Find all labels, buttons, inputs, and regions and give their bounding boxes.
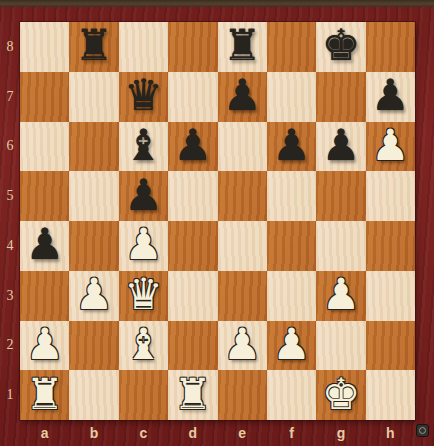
square-g4[interactable]	[316, 221, 365, 271]
square-b3[interactable]: ♟	[69, 271, 118, 321]
square-b1[interactable]	[69, 370, 118, 420]
square-c4[interactable]: ♟	[119, 221, 168, 271]
square-f1[interactable]	[267, 370, 316, 420]
square-h5[interactable]	[366, 171, 415, 221]
square-e5[interactable]	[218, 171, 267, 221]
black-pawn-piece[interactable]: ♟	[272, 124, 311, 167]
square-g5[interactable]	[316, 171, 365, 221]
file-label-e: e	[218, 420, 267, 446]
square-b4[interactable]	[69, 221, 118, 271]
square-a5[interactable]	[20, 171, 69, 221]
black-bishop-piece[interactable]: ♝	[124, 124, 163, 167]
frame-top-edge	[0, 0, 434, 7]
board-options-button[interactable]	[416, 424, 429, 437]
square-h6[interactable]: ♟	[366, 122, 415, 172]
square-b8[interactable]: ♜	[69, 22, 118, 72]
white-bishop-piece[interactable]: ♝	[124, 323, 163, 366]
black-pawn-piece[interactable]: ♟	[25, 223, 64, 266]
square-h7[interactable]: ♟	[366, 72, 415, 122]
square-g3[interactable]: ♟	[316, 271, 365, 321]
file-label-c: c	[119, 420, 168, 446]
square-a6[interactable]	[20, 122, 69, 172]
square-a1[interactable]: ♜	[20, 370, 69, 420]
rank-label-5: 5	[0, 171, 20, 221]
black-pawn-piece[interactable]: ♟	[322, 124, 361, 167]
square-h4[interactable]	[366, 221, 415, 271]
square-d3[interactable]	[168, 271, 217, 321]
square-g6[interactable]: ♟	[316, 122, 365, 172]
square-f4[interactable]	[267, 221, 316, 271]
square-e7[interactable]: ♟	[218, 72, 267, 122]
square-e8[interactable]: ♜	[218, 22, 267, 72]
white-pawn-piece[interactable]: ♟	[272, 323, 311, 366]
square-e6[interactable]	[218, 122, 267, 172]
square-c3[interactable]: ♛	[119, 271, 168, 321]
rank-label-7: 7	[0, 72, 20, 122]
square-g1[interactable]: ♚	[316, 370, 365, 420]
black-rook-piece[interactable]: ♜	[223, 24, 262, 67]
file-labels: abcdefgh	[20, 420, 415, 446]
rank-label-3: 3	[0, 271, 20, 321]
white-pawn-piece[interactable]: ♟	[322, 273, 361, 316]
square-b5[interactable]	[69, 171, 118, 221]
file-label-f: f	[267, 420, 316, 446]
square-h8[interactable]	[366, 22, 415, 72]
square-f7[interactable]	[267, 72, 316, 122]
white-pawn-piece[interactable]: ♟	[75, 273, 114, 316]
white-pawn-piece[interactable]: ♟	[25, 323, 64, 366]
black-queen-piece[interactable]: ♛	[124, 74, 163, 117]
square-b2[interactable]	[69, 321, 118, 371]
file-label-a: a	[20, 420, 69, 446]
chess-board: ♜♜♚♛♟♟♝♟♟♟♟♟♟♟♟♛♟♟♝♟♟♜♜♚	[20, 22, 415, 420]
square-d2[interactable]	[168, 321, 217, 371]
square-c2[interactable]: ♝	[119, 321, 168, 371]
square-g2[interactable]	[316, 321, 365, 371]
square-e3[interactable]	[218, 271, 267, 321]
rank-label-2: 2	[0, 321, 20, 371]
square-h2[interactable]	[366, 321, 415, 371]
square-f6[interactable]: ♟	[267, 122, 316, 172]
white-rook-piece[interactable]: ♜	[174, 373, 213, 416]
square-a8[interactable]	[20, 22, 69, 72]
square-f5[interactable]	[267, 171, 316, 221]
rank-label-1: 1	[0, 370, 20, 420]
white-pawn-piece[interactable]: ♟	[371, 124, 410, 167]
white-pawn-piece[interactable]: ♟	[223, 323, 262, 366]
record-dot-icon	[419, 427, 426, 434]
square-f8[interactable]	[267, 22, 316, 72]
square-e2[interactable]: ♟	[218, 321, 267, 371]
square-b6[interactable]	[69, 122, 118, 172]
file-label-b: b	[69, 420, 118, 446]
square-d5[interactable]	[168, 171, 217, 221]
file-label-h: h	[366, 420, 415, 446]
square-c5[interactable]: ♟	[119, 171, 168, 221]
square-d1[interactable]: ♜	[168, 370, 217, 420]
square-d8[interactable]	[168, 22, 217, 72]
black-pawn-piece[interactable]: ♟	[223, 74, 262, 117]
square-c8[interactable]	[119, 22, 168, 72]
rank-labels: 87654321	[0, 22, 20, 420]
black-pawn-piece[interactable]: ♟	[124, 174, 163, 217]
square-c6[interactable]: ♝	[119, 122, 168, 172]
white-queen-piece[interactable]: ♛	[124, 273, 163, 316]
square-e4[interactable]	[218, 221, 267, 271]
rank-label-8: 8	[0, 22, 20, 72]
square-g7[interactable]	[316, 72, 365, 122]
square-d4[interactable]	[168, 221, 217, 271]
square-f2[interactable]: ♟	[267, 321, 316, 371]
rank-label-6: 6	[0, 122, 20, 172]
square-a2[interactable]: ♟	[20, 321, 69, 371]
square-a4[interactable]: ♟	[20, 221, 69, 271]
square-b7[interactable]	[69, 72, 118, 122]
square-c7[interactable]: ♛	[119, 72, 168, 122]
square-d7[interactable]	[168, 72, 217, 122]
white-rook-piece[interactable]: ♜	[25, 373, 64, 416]
black-pawn-piece[interactable]: ♟	[371, 74, 410, 117]
square-f3[interactable]	[267, 271, 316, 321]
rank-label-4: 4	[0, 221, 20, 271]
white-pawn-piece[interactable]: ♟	[124, 223, 163, 266]
square-e1[interactable]	[218, 370, 267, 420]
black-pawn-piece[interactable]: ♟	[174, 124, 213, 167]
black-rook-piece[interactable]: ♜	[75, 24, 114, 67]
square-c1[interactable]	[119, 370, 168, 420]
square-h3[interactable]	[366, 271, 415, 321]
square-h1[interactable]	[366, 370, 415, 420]
square-g8[interactable]: ♚	[316, 22, 365, 72]
file-label-g: g	[316, 420, 365, 446]
white-king-piece[interactable]: ♚	[322, 373, 361, 416]
file-label-d: d	[168, 420, 217, 446]
square-a3[interactable]	[20, 271, 69, 321]
chess-board-frame: ♜♜♚♛♟♟♝♟♟♟♟♟♟♟♟♛♟♟♝♟♟♜♜♚ 87654321 abcdef…	[0, 0, 434, 446]
square-d6[interactable]: ♟	[168, 122, 217, 172]
black-king-piece[interactable]: ♚	[322, 24, 361, 67]
square-a7[interactable]	[20, 72, 69, 122]
